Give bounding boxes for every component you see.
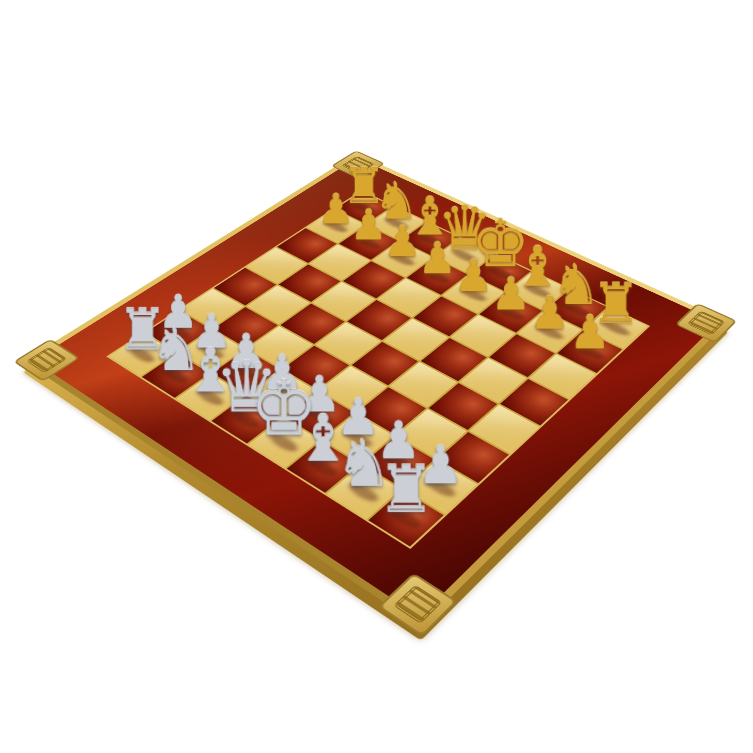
square-h7: ♟: [557, 331, 622, 373]
square-c6: [343, 261, 404, 298]
square-h1: ♜: [368, 490, 443, 546]
square-a5: [246, 248, 307, 284]
square-a4: [214, 268, 276, 306]
square-b4: [247, 285, 310, 324]
square-b7: ♟: [339, 225, 398, 259]
piece-glyph: ♝: [399, 190, 461, 243]
piece-shadow: [421, 268, 452, 285]
piece-glyph: ♟: [478, 272, 544, 317]
square-f8: ♝: [507, 272, 568, 310]
square-e7: ♟: [442, 275, 504, 313]
square-a7: ♟: [307, 210, 365, 243]
piece-glyph: ♟: [405, 237, 469, 280]
square-c4: [281, 304, 345, 344]
piece-glyph: ♝: [505, 239, 570, 294]
piece-shadow: [449, 248, 480, 265]
piece-glyph: ♞: [366, 176, 427, 227]
square-a8: ♜: [335, 192, 392, 224]
piece-glyph: ♟: [338, 204, 400, 246]
piece-shadow: [349, 200, 378, 215]
piece-glyph: ♟: [305, 188, 366, 229]
piece-shadow: [415, 231, 445, 247]
square-f7: ♟: [479, 293, 542, 333]
piece-glyph: ♛: [433, 198, 496, 259]
piece-glyph: ♟: [555, 309, 624, 355]
square-d6: [378, 279, 440, 317]
square-c7: ♟: [372, 241, 432, 277]
chess-board: ♜♞♝♛♚♝♞♜♟♟♟♟♟♟♟♟♟♟♟♟♟♟♟♟♜♞♝♛♚♝♞♜: [23, 154, 728, 627]
chess-set-scene: ♜♞♝♛♚♝♞♜♟♟♟♟♟♟♟♟♟♟♟♟♟♟♟♟♜♞♝♛♚♝♞♜: [132, 91, 632, 591]
square-e6: [414, 297, 477, 337]
square-c8: ♝: [401, 222, 460, 256]
square-e8: ♚: [470, 255, 530, 292]
square-c5: [312, 282, 375, 321]
corner-bracket-near: [378, 573, 458, 637]
piece-shadow: [484, 264, 516, 281]
square-f4: [390, 362, 457, 407]
piece-shadow: [494, 303, 527, 322]
square-d5: [347, 300, 411, 340]
square-d8: ♛: [435, 238, 494, 273]
corner-bracket-far: [331, 150, 385, 179]
square-e5: [383, 319, 448, 361]
square-d7: ♟: [407, 258, 468, 295]
corner-bracket-right: [675, 303, 738, 343]
corner-bracket-left: [13, 339, 80, 382]
photo-background: ♜♞♝♛♚♝♞♜♟♟♟♟♟♟♟♟♟♟♟♟♟♟♟♟♜♞♝♛♚♝♞♜: [0, 0, 753, 753]
square-b6: [309, 245, 369, 281]
piece-glyph: ♟: [441, 254, 506, 298]
square-b5: [279, 265, 341, 302]
piece-glyph: ♜: [367, 457, 446, 522]
piece-glyph: ♚: [469, 211, 533, 277]
piece-shadow: [353, 234, 383, 250]
piece-glyph: ♟: [371, 220, 434, 263]
piece-shadow: [381, 215, 410, 231]
piece-shadow: [387, 251, 418, 268]
piece-shadow: [321, 218, 350, 234]
piece-shadow: [457, 285, 489, 303]
square-b8: ♞: [367, 207, 425, 240]
square-a6: [277, 228, 336, 263]
piece-shadow: [521, 282, 553, 300]
